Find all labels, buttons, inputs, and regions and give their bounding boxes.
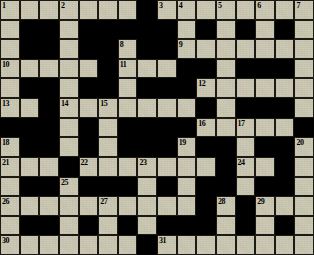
crossword-cell[interactable]: 24	[236, 157, 256, 177]
blocked-cell	[79, 39, 99, 59]
crossword-cell[interactable]	[98, 0, 118, 20]
blocked-cell	[255, 98, 275, 118]
blocked-cell	[236, 196, 256, 216]
crossword-cell[interactable]	[59, 39, 79, 59]
crossword-cell[interactable]: 16	[196, 118, 216, 138]
blocked-cell	[275, 216, 295, 236]
blocked-cell	[216, 157, 236, 177]
crossword-cell[interactable]	[59, 235, 79, 255]
crossword-cell[interactable]: 23	[137, 157, 157, 177]
crossword-cell[interactable]	[177, 98, 197, 118]
blocked-cell	[137, 235, 157, 255]
blocked-cell	[20, 177, 40, 197]
clue-number: 21	[2, 158, 9, 167]
blocked-cell	[20, 216, 40, 236]
crossword-cell[interactable]	[59, 78, 79, 98]
blocked-cell	[118, 216, 138, 236]
crossword-cell[interactable]: 22	[79, 157, 99, 177]
blocked-cell	[20, 78, 40, 98]
clue-number: 28	[218, 197, 225, 206]
clue-number: 17	[238, 119, 245, 128]
blocked-cell	[196, 98, 216, 118]
blocked-cell	[275, 137, 295, 157]
crossword-cell[interactable]	[137, 59, 157, 79]
crossword-cell[interactable]: 12	[196, 78, 216, 98]
crossword-cell[interactable]: 9	[177, 39, 197, 59]
crossword-cell[interactable]: 6	[255, 0, 275, 20]
crossword-cell[interactable]	[275, 78, 295, 98]
blocked-cell	[137, 20, 157, 40]
crossword-cell[interactable]	[196, 235, 216, 255]
blocked-cell	[39, 20, 59, 40]
crossword-cell[interactable]	[20, 59, 40, 79]
crossword-cell[interactable]	[255, 78, 275, 98]
crossword-cell[interactable]	[98, 216, 118, 236]
blocked-cell	[0, 118, 20, 138]
crossword-cell[interactable]: 25	[59, 177, 79, 197]
crossword-cell[interactable]	[118, 0, 138, 20]
clue-number: 11	[120, 60, 127, 69]
crossword-cell[interactable]: 5	[216, 0, 236, 20]
blocked-cell	[137, 137, 157, 157]
blocked-cell	[39, 118, 59, 138]
crossword-cell[interactable]	[216, 235, 236, 255]
blocked-cell	[118, 177, 138, 197]
crossword-cell[interactable]	[196, 39, 216, 59]
clue-number: 8	[120, 40, 124, 49]
crossword-cell[interactable]	[20, 157, 40, 177]
blocked-cell	[157, 177, 177, 197]
blocked-cell	[79, 177, 99, 197]
blocked-cell	[20, 118, 40, 138]
crossword-cell[interactable]	[137, 98, 157, 118]
blocked-cell	[157, 137, 177, 157]
crossword-cell[interactable]	[236, 39, 256, 59]
clue-number: 30	[2, 236, 9, 245]
clue-number: 19	[179, 138, 186, 147]
crossword-cell[interactable]	[294, 78, 314, 98]
clue-number: 6	[257, 1, 261, 10]
crossword-cell[interactable]	[157, 98, 177, 118]
clue-number: 9	[179, 40, 183, 49]
crossword-cell[interactable]: 21	[0, 157, 20, 177]
clue-number: 29	[257, 197, 264, 206]
crossword-cell[interactable]	[216, 20, 236, 40]
crossword-cell[interactable]	[294, 157, 314, 177]
blocked-cell	[118, 137, 138, 157]
crossword-cell[interactable]: 17	[236, 118, 256, 138]
crossword-cell[interactable]	[118, 78, 138, 98]
crossword-cell[interactable]	[59, 137, 79, 157]
crossword-cell[interactable]	[118, 157, 138, 177]
crossword-cell[interactable]	[59, 216, 79, 236]
clue-number: 10	[2, 60, 9, 69]
crossword-cell[interactable]	[275, 196, 295, 216]
crossword-cell[interactable]	[59, 118, 79, 138]
blocked-cell	[20, 137, 40, 157]
crossword-cell[interactable]	[0, 177, 20, 197]
crossword-cell[interactable]	[275, 235, 295, 255]
crossword-cell[interactable]	[216, 216, 236, 236]
blocked-cell	[39, 216, 59, 236]
crossword-cell[interactable]: 14	[59, 98, 79, 118]
crossword-cell[interactable]: 28	[216, 196, 236, 216]
blocked-cell	[196, 177, 216, 197]
blocked-cell	[177, 118, 197, 138]
blocked-cell	[98, 59, 118, 79]
blocked-cell	[137, 39, 157, 59]
clue-number: 31	[159, 236, 166, 245]
crossword-cell[interactable]	[177, 157, 197, 177]
blocked-cell	[255, 137, 275, 157]
crossword-cell[interactable]	[0, 78, 20, 98]
crossword-cell[interactable]	[177, 196, 197, 216]
blocked-cell	[79, 118, 99, 138]
crossword-cell[interactable]	[216, 78, 236, 98]
crossword-cell[interactable]	[255, 118, 275, 138]
crossword-cell[interactable]	[294, 39, 314, 59]
clue-number: 4	[179, 1, 183, 10]
blocked-cell	[79, 78, 99, 98]
crossword-cell[interactable]	[98, 118, 118, 138]
crossword-cell[interactable]	[157, 196, 177, 216]
clue-number: 24	[238, 158, 245, 167]
blocked-cell	[216, 177, 236, 197]
blocked-cell	[157, 20, 177, 40]
crossword-cell[interactable]	[294, 196, 314, 216]
blocked-cell	[275, 20, 295, 40]
blocked-cell	[236, 20, 256, 40]
crossword-cell[interactable]	[39, 235, 59, 255]
crossword-cell[interactable]: 8	[118, 39, 138, 59]
crossword-cell[interactable]: 19	[177, 137, 197, 157]
crossword-cell[interactable]: 18	[0, 137, 20, 157]
blocked-cell	[196, 196, 216, 216]
crossword-cell[interactable]	[0, 39, 20, 59]
crossword-cell[interactable]	[255, 157, 275, 177]
crossword-cell[interactable]	[177, 20, 197, 40]
blocked-cell	[39, 39, 59, 59]
blocked-cell	[255, 59, 275, 79]
crossword-cell[interactable]	[39, 196, 59, 216]
crossword-cell[interactable]	[79, 0, 99, 20]
crossword-cell[interactable]	[20, 196, 40, 216]
crossword-cell[interactable]	[20, 98, 40, 118]
clue-number: 20	[296, 138, 303, 147]
crossword-cell[interactable]	[137, 177, 157, 197]
crossword-cell[interactable]	[79, 98, 99, 118]
crossword-cell[interactable]	[59, 20, 79, 40]
blocked-cell	[137, 0, 157, 20]
crossword-cell[interactable]: 10	[0, 59, 20, 79]
crossword-cell[interactable]: 20	[294, 137, 314, 157]
clue-number: 25	[61, 178, 68, 187]
crossword-cell[interactable]: 29	[255, 196, 275, 216]
crossword-cell[interactable]	[255, 20, 275, 40]
clue-number: 18	[2, 138, 9, 147]
blocked-cell	[39, 98, 59, 118]
crossword-cell[interactable]	[275, 118, 295, 138]
blocked-cell	[79, 216, 99, 236]
crossword-cell[interactable]	[59, 59, 79, 79]
clue-number: 15	[100, 99, 107, 108]
blocked-cell	[39, 177, 59, 197]
crossword-cell[interactable]	[255, 235, 275, 255]
crossword-cell[interactable]: 13	[0, 98, 20, 118]
clue-number: 12	[198, 79, 205, 88]
clue-number: 1	[2, 1, 6, 10]
blocked-cell	[196, 20, 216, 40]
blocked-cell	[216, 137, 236, 157]
crossword-cell[interactable]	[177, 177, 197, 197]
blocked-cell	[275, 157, 295, 177]
crossword-cell[interactable]	[236, 78, 256, 98]
blocked-cell	[59, 157, 79, 177]
clue-number: 5	[218, 1, 222, 10]
crossword-cell[interactable]	[236, 0, 256, 20]
blocked-cell	[118, 118, 138, 138]
crossword-cell[interactable]	[20, 235, 40, 255]
blocked-cell	[157, 78, 177, 98]
crossword-cell[interactable]: 2	[59, 0, 79, 20]
crossword-cell[interactable]: 15	[98, 98, 118, 118]
blocked-cell	[157, 39, 177, 59]
crossword-cell[interactable]	[39, 0, 59, 20]
blocked-cell	[20, 39, 40, 59]
crossword-cell[interactable]	[0, 216, 20, 236]
crossword-cell[interactable]: 11	[118, 59, 138, 79]
crossword-cell[interactable]	[216, 39, 236, 59]
crossword-cell[interactable]	[177, 235, 197, 255]
crossword-cell[interactable]: 26	[0, 196, 20, 216]
crossword-cell[interactable]	[79, 196, 99, 216]
crossword-cell[interactable]	[39, 59, 59, 79]
crossword-cell[interactable]	[157, 59, 177, 79]
crossword-cell[interactable]	[255, 39, 275, 59]
crossword-cell[interactable]	[98, 137, 118, 157]
clue-number: 2	[61, 1, 65, 10]
crossword-cell[interactable]	[157, 157, 177, 177]
crossword-cell[interactable]	[216, 98, 236, 118]
crossword-cell[interactable]	[20, 0, 40, 20]
crossword-cell[interactable]	[294, 59, 314, 79]
clue-number: 14	[61, 99, 68, 108]
clue-number: 22	[81, 158, 88, 167]
blocked-cell	[98, 177, 118, 197]
crossword-cell[interactable]: 1	[0, 0, 20, 20]
blocked-cell	[79, 20, 99, 40]
clue-number: 3	[159, 1, 163, 10]
crossword-cell[interactable]	[0, 20, 20, 40]
crossword-cell[interactable]	[294, 98, 314, 118]
crossword-cell[interactable]	[216, 59, 236, 79]
clue-number: 7	[296, 1, 300, 10]
blocked-cell	[275, 177, 295, 197]
blocked-cell	[177, 59, 197, 79]
crossword-cell[interactable]	[294, 216, 314, 236]
blocked-cell	[157, 118, 177, 138]
crossword-cell[interactable]	[294, 177, 314, 197]
crossword-cell[interactable]	[118, 235, 138, 255]
blocked-cell	[196, 137, 216, 157]
crossword-cell[interactable]	[79, 235, 99, 255]
clue-number: 26	[2, 197, 9, 206]
blocked-cell	[137, 118, 157, 138]
clue-number: 23	[139, 158, 146, 167]
blocked-cell	[98, 20, 118, 40]
crossword-cell[interactable]	[79, 59, 99, 79]
crossword-cell[interactable]	[118, 98, 138, 118]
crossword-cell[interactable]: 4	[177, 0, 197, 20]
blocked-cell	[275, 98, 295, 118]
crossword-cell[interactable]: 27	[98, 196, 118, 216]
crossword-cell[interactable]: 7	[294, 0, 314, 20]
blocked-cell	[177, 216, 197, 236]
crossword-cell[interactable]	[236, 137, 256, 157]
crossword-cell[interactable]: 3	[157, 0, 177, 20]
crossword-cell[interactable]	[216, 118, 236, 138]
blocked-cell	[98, 78, 118, 98]
blocked-cell	[177, 78, 197, 98]
crossword-cell[interactable]	[294, 20, 314, 40]
blocked-cell	[98, 39, 118, 59]
crossword-cell[interactable]	[196, 0, 216, 20]
blocked-cell	[137, 78, 157, 98]
blocked-cell	[275, 59, 295, 79]
clue-number: 13	[2, 99, 9, 108]
blocked-cell	[196, 216, 216, 236]
crossword-cell[interactable]	[39, 157, 59, 177]
crossword-board: 1234567891011121314151617181920212223242…	[0, 0, 314, 255]
crossword-cell[interactable]	[275, 39, 295, 59]
blocked-cell	[79, 137, 99, 157]
crossword-cell[interactable]	[255, 216, 275, 236]
clue-number: 27	[100, 197, 107, 206]
crossword-cell[interactable]	[137, 216, 157, 236]
crossword-cell[interactable]	[137, 196, 157, 216]
blocked-cell	[20, 20, 40, 40]
crossword-cell[interactable]	[196, 157, 216, 177]
blocked-cell	[118, 20, 138, 40]
blocked-cell	[39, 78, 59, 98]
blocked-cell	[196, 59, 216, 79]
crossword-cell[interactable]	[294, 235, 314, 255]
blocked-cell	[236, 216, 256, 236]
blocked-cell	[294, 118, 314, 138]
blocked-cell	[236, 59, 256, 79]
blocked-cell	[157, 216, 177, 236]
blocked-cell	[236, 98, 256, 118]
crossword-cell[interactable]	[236, 177, 256, 197]
crossword-cell[interactable]	[98, 235, 118, 255]
crossword-cell[interactable]	[275, 0, 295, 20]
blocked-cell	[39, 137, 59, 157]
blocked-cell	[255, 177, 275, 197]
clue-number: 16	[198, 119, 205, 128]
crossword-cell[interactable]	[118, 196, 138, 216]
crossword-cell[interactable]	[98, 157, 118, 177]
crossword-cell[interactable]: 31	[157, 235, 177, 255]
crossword-cell[interactable]	[236, 235, 256, 255]
crossword-cell[interactable]: 30	[0, 235, 20, 255]
crossword-cell[interactable]	[59, 196, 79, 216]
